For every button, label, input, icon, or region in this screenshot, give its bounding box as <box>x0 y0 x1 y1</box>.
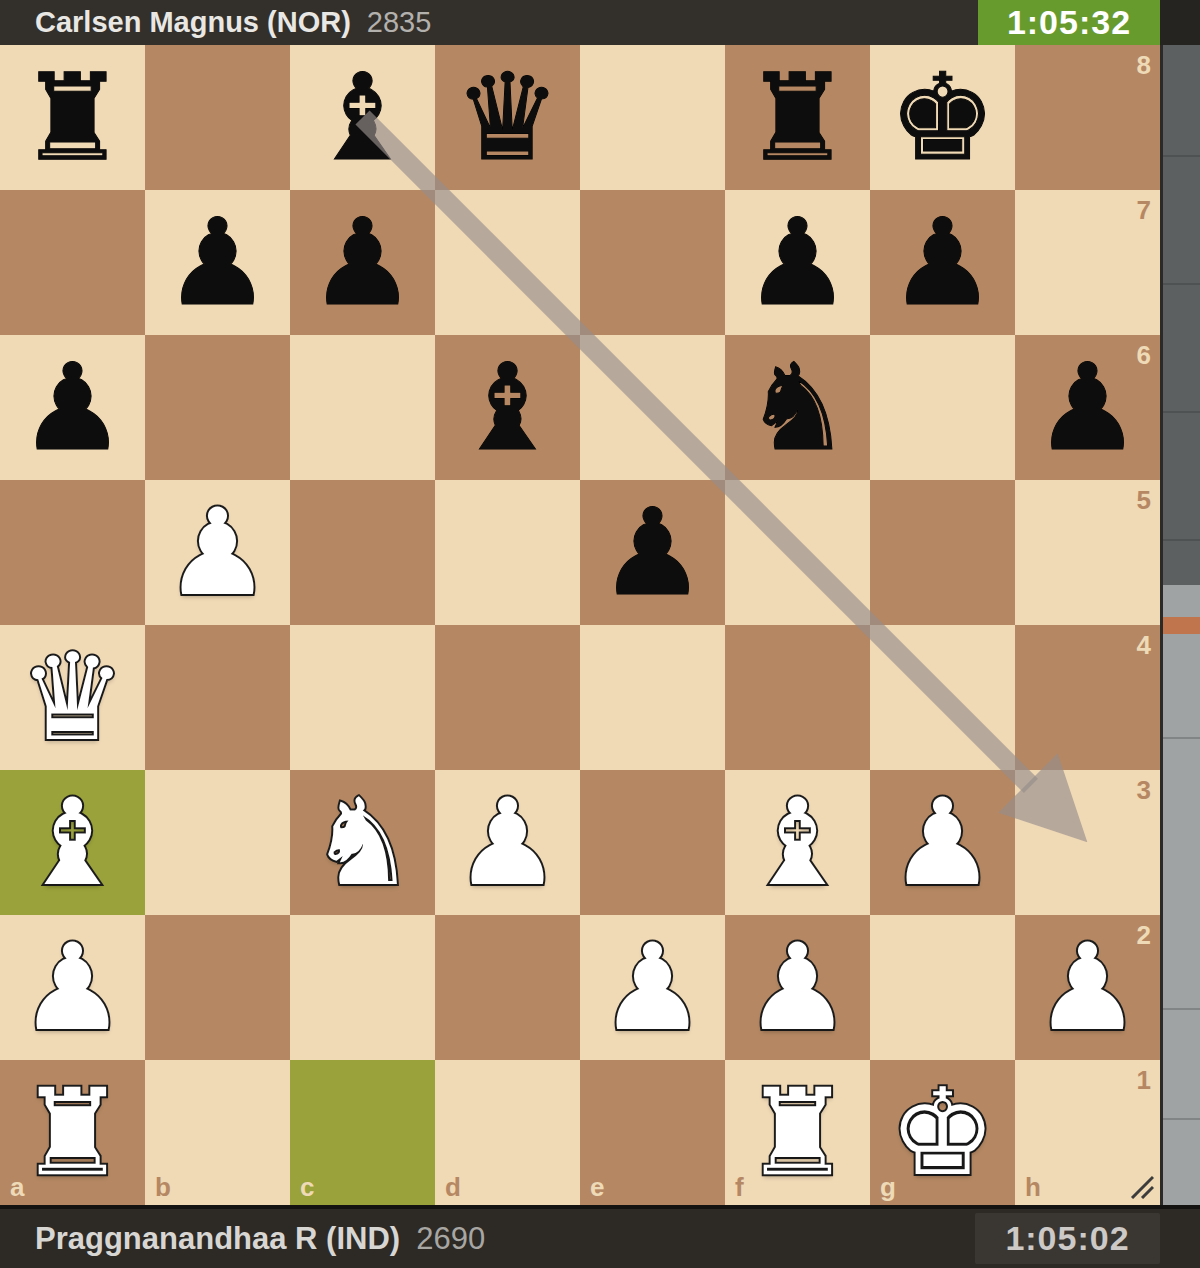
square-a7[interactable] <box>0 190 145 335</box>
board-resize-handle-icon[interactable] <box>1128 1173 1154 1199</box>
square-f6[interactable]: ♞ <box>725 335 870 480</box>
square-b8[interactable] <box>145 45 290 190</box>
square-f8[interactable]: ♜ <box>725 45 870 190</box>
piece-white-pawn[interactable]: ♟ <box>435 770 580 915</box>
piece-white-knight[interactable]: ♞ <box>290 770 435 915</box>
piece-white-pawn[interactable]: ♟ <box>1015 915 1160 1060</box>
square-h7[interactable]: 7 <box>1015 190 1160 335</box>
square-b3[interactable] <box>145 770 290 915</box>
strip-separator <box>1163 283 1200 285</box>
piece-white-pawn[interactable]: ♟ <box>0 915 145 1060</box>
square-a4[interactable]: ♛ <box>0 625 145 770</box>
strip-separator <box>1163 411 1200 413</box>
coord-file-h: h <box>1025 1174 1041 1200</box>
square-g7[interactable]: ♟ <box>870 190 1015 335</box>
strip-separator <box>1163 1118 1200 1120</box>
square-d4[interactable] <box>435 625 580 770</box>
top-player-bar: Carlsen Magnus (NOR) 2835 1:05:32 <box>0 0 1200 47</box>
piece-black-knight[interactable]: ♞ <box>725 335 870 480</box>
square-a5[interactable] <box>0 480 145 625</box>
square-e5[interactable]: ♟ <box>580 480 725 625</box>
piece-black-pawn[interactable]: ♟ <box>0 335 145 480</box>
coord-rank-1: 1 <box>1137 1067 1151 1093</box>
square-h6[interactable]: 6♟ <box>1015 335 1160 480</box>
square-g6[interactable] <box>870 335 1015 480</box>
square-c2[interactable] <box>290 915 435 1060</box>
piece-black-queen[interactable]: ♛ <box>435 45 580 190</box>
board-squares: ♜♝♛♜♚8♟♟♟♟7♟♝♞6♟♟♟5♛4♝♞♟♝♟3♟♟♟2♟a♜bcdef♜… <box>0 45 1160 1205</box>
square-a3[interactable]: ♝ <box>0 770 145 915</box>
piece-black-bishop[interactable]: ♝ <box>290 45 435 190</box>
piece-black-bishop[interactable]: ♝ <box>435 335 580 480</box>
square-a6[interactable]: ♟ <box>0 335 145 480</box>
square-c1[interactable]: c <box>290 1060 435 1205</box>
piece-white-rook[interactable]: ♜ <box>725 1060 870 1205</box>
piece-black-pawn[interactable]: ♟ <box>725 190 870 335</box>
square-e1[interactable]: e <box>580 1060 725 1205</box>
square-b7[interactable]: ♟ <box>145 190 290 335</box>
bottom-player-clock: 1:05:02 <box>975 1213 1160 1264</box>
square-c4[interactable] <box>290 625 435 770</box>
square-b4[interactable] <box>145 625 290 770</box>
square-g8[interactable]: ♚ <box>870 45 1015 190</box>
square-a1[interactable]: a♜ <box>0 1060 145 1205</box>
square-e8[interactable] <box>580 45 725 190</box>
square-d7[interactable] <box>435 190 580 335</box>
bottom-player-rating: 2690 <box>416 1221 485 1257</box>
square-e6[interactable] <box>580 335 725 480</box>
piece-black-pawn[interactable]: ♟ <box>290 190 435 335</box>
coord-file-d: d <box>445 1174 461 1200</box>
square-f4[interactable] <box>725 625 870 770</box>
square-e4[interactable] <box>580 625 725 770</box>
coord-rank-8: 8 <box>1137 52 1151 78</box>
square-d2[interactable] <box>435 915 580 1060</box>
square-d1[interactable]: d <box>435 1060 580 1205</box>
square-d3[interactable]: ♟ <box>435 770 580 915</box>
square-c7[interactable]: ♟ <box>290 190 435 335</box>
piece-white-rook[interactable]: ♜ <box>0 1060 145 1205</box>
strip-separator <box>1163 737 1200 739</box>
side-scrollbar-track[interactable] <box>1160 45 1200 1205</box>
piece-white-pawn[interactable]: ♟ <box>580 915 725 1060</box>
square-f3[interactable]: ♝ <box>725 770 870 915</box>
square-d6[interactable]: ♝ <box>435 335 580 480</box>
square-h8[interactable]: 8 <box>1015 45 1160 190</box>
piece-black-pawn[interactable]: ♟ <box>580 480 725 625</box>
square-b2[interactable] <box>145 915 290 1060</box>
square-c8[interactable]: ♝ <box>290 45 435 190</box>
coord-file-b: b <box>155 1174 171 1200</box>
square-f1[interactable]: f♜ <box>725 1060 870 1205</box>
strip-separator <box>1163 1008 1200 1010</box>
square-b6[interactable] <box>145 335 290 480</box>
piece-black-pawn[interactable]: ♟ <box>145 190 290 335</box>
piece-black-rook[interactable]: ♜ <box>725 45 870 190</box>
strip-accent-marker <box>1163 617 1200 634</box>
piece-white-queen[interactable]: ♛ <box>0 625 145 770</box>
top-player-clock: 1:05:32 <box>978 0 1160 45</box>
square-c6[interactable] <box>290 335 435 480</box>
square-d8[interactable]: ♛ <box>435 45 580 190</box>
piece-white-bishop[interactable]: ♝ <box>0 770 145 915</box>
coord-rank-4: 4 <box>1137 632 1151 658</box>
coord-file-c: c <box>300 1174 314 1200</box>
bottom-player-name: Praggnanandhaa R (IND) <box>35 1221 400 1257</box>
square-e2[interactable]: ♟ <box>580 915 725 1060</box>
piece-black-rook[interactable]: ♜ <box>0 45 145 190</box>
bottom-player-bar: Praggnanandhaa R (IND) 2690 1:05:02 <box>0 1205 1200 1268</box>
square-h5[interactable]: 5 <box>1015 480 1160 625</box>
coord-rank-7: 7 <box>1137 197 1151 223</box>
coord-rank-3: 3 <box>1137 777 1151 803</box>
square-b5[interactable]: ♟ <box>145 480 290 625</box>
chess-board[interactable]: ♜♝♛♜♚8♟♟♟♟7♟♝♞6♟♟♟5♛4♝♞♟♝♟3♟♟♟2♟a♜bcdef♜… <box>0 45 1160 1205</box>
piece-white-bishop[interactable]: ♝ <box>725 770 870 915</box>
piece-black-king[interactable]: ♚ <box>870 45 1015 190</box>
coord-rank-5: 5 <box>1137 487 1151 513</box>
top-player-rating: 2835 <box>367 6 432 39</box>
side-scrollbar-thumb[interactable] <box>1163 585 1200 1205</box>
piece-white-pawn[interactable]: ♟ <box>145 480 290 625</box>
square-g2[interactable] <box>870 915 1015 1060</box>
square-e7[interactable] <box>580 190 725 335</box>
square-a2[interactable]: ♟ <box>0 915 145 1060</box>
piece-white-pawn[interactable]: ♟ <box>870 770 1015 915</box>
square-d5[interactable] <box>435 480 580 625</box>
square-h3[interactable]: 3 <box>1015 770 1160 915</box>
square-c3[interactable]: ♞ <box>290 770 435 915</box>
square-c5[interactable] <box>290 480 435 625</box>
strip-separator <box>1163 539 1200 541</box>
strip-separator <box>1163 155 1200 157</box>
top-right-corner <box>1160 0 1200 45</box>
square-b1[interactable]: b <box>145 1060 290 1205</box>
square-h4[interactable]: 4 <box>1015 625 1160 770</box>
square-h2[interactable]: 2♟ <box>1015 915 1160 1060</box>
square-a8[interactable]: ♜ <box>0 45 145 190</box>
square-e3[interactable] <box>580 770 725 915</box>
square-f5[interactable] <box>725 480 870 625</box>
square-g5[interactable] <box>870 480 1015 625</box>
square-f2[interactable]: ♟ <box>725 915 870 1060</box>
piece-white-king[interactable]: ♚ <box>870 1060 1015 1205</box>
coord-file-e: e <box>590 1174 604 1200</box>
square-g1[interactable]: g♚ <box>870 1060 1015 1205</box>
piece-black-pawn[interactable]: ♟ <box>1015 335 1160 480</box>
piece-black-pawn[interactable]: ♟ <box>870 190 1015 335</box>
square-g3[interactable]: ♟ <box>870 770 1015 915</box>
top-player-name: Carlsen Magnus (NOR) <box>35 6 351 39</box>
square-f7[interactable]: ♟ <box>725 190 870 335</box>
piece-white-pawn[interactable]: ♟ <box>725 915 870 1060</box>
square-g4[interactable] <box>870 625 1015 770</box>
